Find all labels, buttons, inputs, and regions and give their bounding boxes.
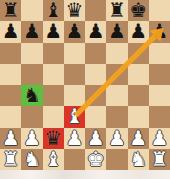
black-queen-c2[interactable]: ♛ [43, 128, 64, 149]
square-a6[interactable] [0, 43, 21, 64]
black-pawn-e7[interactable]: ♟ [85, 21, 106, 42]
square-f1[interactable] [106, 149, 127, 170]
black-pawn-g7[interactable]: ♟ [128, 21, 149, 42]
square-d1[interactable] [64, 149, 85, 170]
square-a7[interactable]: ♟ [0, 21, 21, 42]
white-king-e1[interactable]: ♚ [85, 149, 106, 170]
square-f3[interactable] [106, 106, 127, 127]
black-rook-f8[interactable]: ♜ [106, 0, 127, 21]
black-pawn-h7[interactable]: ♟ [149, 21, 170, 42]
square-a5[interactable] [0, 64, 21, 85]
black-knight-b4[interactable]: ♞ [21, 85, 42, 106]
square-d2[interactable]: ♟ [64, 128, 85, 149]
white-bishop-c1[interactable]: ♝ [43, 149, 64, 170]
black-king-g8[interactable]: ♚ [128, 0, 149, 21]
square-d6[interactable] [64, 43, 85, 64]
square-g1[interactable]: ♞ [128, 149, 149, 170]
black-pawn-c7[interactable]: ♟ [43, 21, 64, 42]
square-g6[interactable] [128, 43, 149, 64]
square-c1[interactable]: ♝ [43, 149, 64, 170]
square-h2[interactable]: ♟ [149, 128, 170, 149]
square-d4[interactable] [64, 85, 85, 106]
white-pawn-f2[interactable]: ♟ [106, 128, 127, 149]
square-c2[interactable]: ♛ [43, 128, 64, 149]
square-e1[interactable]: ♚ [85, 149, 106, 170]
square-a1[interactable]: ♜ [0, 149, 21, 170]
square-f2[interactable]: ♟ [106, 128, 127, 149]
square-d5[interactable] [64, 64, 85, 85]
white-pawn-h2[interactable]: ♟ [149, 128, 170, 149]
square-e2[interactable]: ♟ [85, 128, 106, 149]
square-f6[interactable] [106, 43, 127, 64]
black-pawn-b7[interactable]: ♟ [21, 21, 42, 42]
square-h3[interactable] [149, 106, 170, 127]
white-pawn-e2[interactable]: ♟ [85, 128, 106, 149]
black-rook-a8[interactable]: ♜ [0, 0, 21, 21]
square-h5[interactable] [149, 64, 170, 85]
square-g7[interactable]: ♟ [128, 21, 149, 42]
square-g5[interactable] [128, 64, 149, 85]
white-bishop-d3[interactable]: ♝ [64, 106, 85, 127]
square-f4[interactable] [106, 85, 127, 106]
square-g2[interactable]: ♟ [128, 128, 149, 149]
square-c5[interactable] [43, 64, 64, 85]
square-g3[interactable] [128, 106, 149, 127]
square-b8[interactable] [21, 0, 42, 21]
square-b4[interactable]: ♞ [21, 85, 42, 106]
white-knight-b1[interactable]: ♞ [21, 149, 42, 170]
square-e6[interactable] [85, 43, 106, 64]
white-pawn-a2[interactable]: ♟ [0, 128, 21, 149]
square-h1[interactable]: ♜ [149, 149, 170, 170]
white-rook-h1[interactable]: ♜ [149, 149, 170, 170]
black-pawn-a7[interactable]: ♟ [0, 21, 21, 42]
square-a2[interactable]: ♟ [0, 128, 21, 149]
square-b3[interactable] [21, 106, 42, 127]
square-e8[interactable] [85, 0, 106, 21]
black-pawn-f7[interactable]: ♟ [106, 21, 127, 42]
square-c8[interactable]: ♝ [43, 0, 64, 21]
square-b2[interactable]: ♟ [21, 128, 42, 149]
square-h6[interactable] [149, 43, 170, 64]
square-a4[interactable] [0, 85, 21, 106]
square-c3[interactable] [43, 106, 64, 127]
square-g8[interactable]: ♚ [128, 0, 149, 21]
square-c4[interactable] [43, 85, 64, 106]
square-g4[interactable] [128, 85, 149, 106]
black-pawn-d7[interactable]: ♟ [64, 21, 85, 42]
black-queen-d8[interactable]: ♛ [64, 0, 85, 21]
square-e4[interactable] [85, 85, 106, 106]
black-bishop-c8[interactable]: ♝ [43, 0, 64, 21]
square-d7[interactable]: ♟ [64, 21, 85, 42]
square-d8[interactable]: ♛ [64, 0, 85, 21]
square-b6[interactable] [21, 43, 42, 64]
square-e3[interactable] [85, 106, 106, 127]
square-b5[interactable] [21, 64, 42, 85]
white-rook-a1[interactable]: ♜ [0, 149, 21, 170]
square-b7[interactable]: ♟ [21, 21, 42, 42]
chess-board: ♜♝♛♜♚♟♟♟♟♟♟♟♟♞♝♟♟♛♟♟♟♟♟♜♞♝♚♞♜ [0, 0, 170, 170]
white-pawn-g2[interactable]: ♟ [128, 128, 149, 149]
square-a8[interactable]: ♜ [0, 0, 21, 21]
square-b1[interactable]: ♞ [21, 149, 42, 170]
square-e5[interactable] [85, 64, 106, 85]
square-d3[interactable]: ♝ [64, 106, 85, 127]
white-pawn-d2[interactable]: ♟ [64, 128, 85, 149]
square-c7[interactable]: ♟ [43, 21, 64, 42]
square-h8[interactable] [149, 0, 170, 21]
square-h4[interactable] [149, 85, 170, 106]
square-f7[interactable]: ♟ [106, 21, 127, 42]
square-f8[interactable]: ♜ [106, 0, 127, 21]
page-background-strip [0, 170, 170, 179]
board-grid: ♜♝♛♜♚♟♟♟♟♟♟♟♟♞♝♟♟♛♟♟♟♟♟♜♞♝♚♞♜ [0, 0, 170, 170]
square-e7[interactable]: ♟ [85, 21, 106, 42]
square-c6[interactable] [43, 43, 64, 64]
square-f5[interactable] [106, 64, 127, 85]
square-h7[interactable]: ♟ [149, 21, 170, 42]
white-pawn-b2[interactable]: ♟ [21, 128, 42, 149]
white-knight-g1[interactable]: ♞ [128, 149, 149, 170]
square-a3[interactable] [0, 106, 21, 127]
